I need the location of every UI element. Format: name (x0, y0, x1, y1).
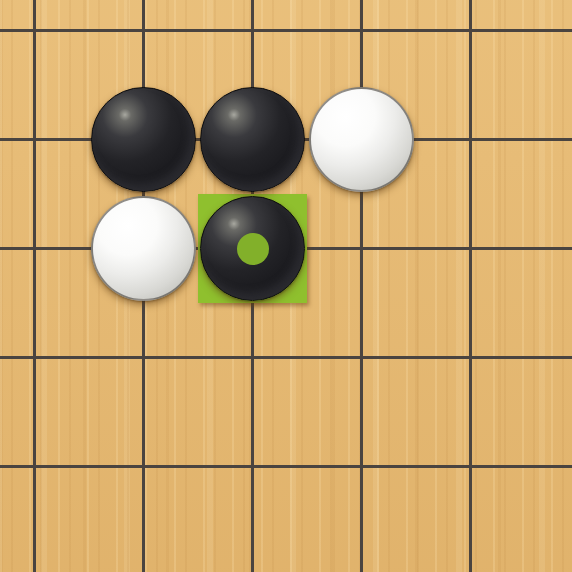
board-cell[interactable] (198, 0, 307, 85)
last-move-dot-icon (237, 233, 269, 265)
board-cell[interactable] (307, 194, 416, 303)
board-cell[interactable] (416, 303, 525, 412)
board-cell[interactable] (307, 303, 416, 412)
board-cell[interactable] (198, 412, 307, 521)
board-cell[interactable] (307, 0, 416, 85)
board-cell[interactable] (307, 85, 416, 194)
board-intersection-grid (0, 0, 525, 521)
board-cell[interactable] (89, 303, 198, 412)
board-cell[interactable] (89, 85, 198, 194)
board-cell[interactable] (198, 85, 307, 194)
white-stone (309, 87, 414, 192)
black-stone (200, 196, 305, 301)
board-cell[interactable] (0, 85, 89, 194)
go-board-viewport (0, 0, 572, 572)
black-stone (200, 87, 305, 192)
board-cell[interactable] (416, 85, 525, 194)
board-cell[interactable] (416, 194, 525, 303)
board-cell[interactable] (89, 194, 198, 303)
white-stone (91, 196, 196, 301)
go-board[interactable] (0, 0, 572, 572)
board-cell[interactable] (0, 0, 89, 85)
board-cell[interactable] (0, 412, 89, 521)
board-cell[interactable] (416, 0, 525, 85)
board-cell[interactable] (89, 412, 198, 521)
board-cell[interactable] (198, 194, 307, 303)
board-cell[interactable] (0, 194, 89, 303)
board-cell[interactable] (416, 412, 525, 521)
board-cell[interactable] (89, 0, 198, 85)
board-cell[interactable] (307, 412, 416, 521)
board-cell[interactable] (0, 303, 89, 412)
black-stone (91, 87, 196, 192)
board-cell[interactable] (198, 303, 307, 412)
